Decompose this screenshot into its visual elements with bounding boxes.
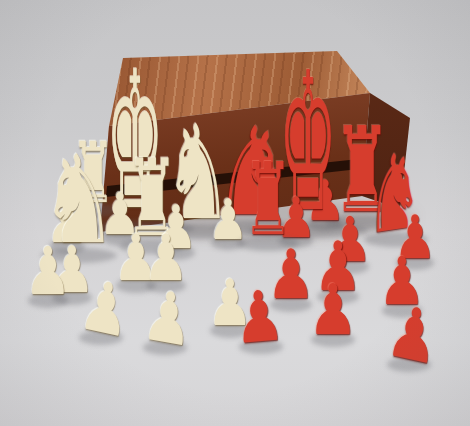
cream-pawn: ♟ [73, 266, 138, 347]
red-pawn: ♟ [380, 291, 447, 374]
cream-pawn: ♟ [137, 277, 200, 356]
red-rook: ♜ [241, 147, 296, 247]
red-pawn: ♟ [305, 273, 361, 343]
photo-stage: ♜♚♜♞♞♟♟♟♟♟♟♟♟♟♟♟♞♜♚♟♜♞♟♟♟♟♟♟♟♟♟ [0, 0, 470, 426]
cream-pawn: ♟ [22, 238, 75, 304]
red-pawn: ♟ [229, 278, 289, 353]
